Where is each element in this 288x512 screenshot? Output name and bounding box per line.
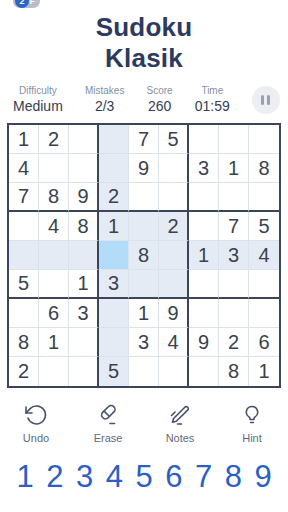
cell-r9c8[interactable]: 8 (219, 357, 249, 386)
cell-r6c1[interactable]: 5 (9, 270, 39, 299)
hint-label: Hint (242, 432, 262, 444)
cell-r4c5[interactable] (129, 212, 159, 241)
cell-r5c9[interactable]: 4 (249, 241, 279, 270)
cell-r6c9[interactable] (249, 270, 279, 299)
score-stat: Score 260 (147, 85, 173, 114)
cell-r2c1[interactable]: 4 (9, 154, 39, 183)
difficulty-stat: Difficulty Medium (13, 85, 63, 114)
cell-r8c6[interactable]: 4 (159, 328, 189, 357)
undo-button[interactable]: Undo (0, 403, 72, 444)
cell-r5c4[interactable] (99, 241, 129, 270)
numpad-key-2[interactable]: 2 (43, 459, 67, 495)
cell-r3c8[interactable] (219, 183, 249, 212)
eraser-icon (96, 403, 120, 427)
title-line2: Klasik (0, 43, 288, 74)
numpad-key-9[interactable]: 9 (251, 459, 275, 495)
cell-r8c7[interactable]: 9 (189, 328, 219, 357)
cell-r3c3[interactable]: 9 (69, 183, 99, 212)
mistakes-value: 2/3 (85, 98, 124, 114)
cell-r6c5[interactable] (129, 270, 159, 299)
cell-r2c2[interactable] (39, 154, 69, 183)
difficulty-value: Medium (13, 98, 63, 114)
cell-r1c6[interactable]: 5 (159, 125, 189, 154)
score-label: Score (147, 85, 173, 96)
cell-r1c8[interactable] (219, 125, 249, 154)
cell-r6c6[interactable] (159, 270, 189, 299)
cell-r7c2[interactable]: 6 (39, 299, 69, 328)
cell-r4c7[interactable] (189, 212, 219, 241)
cell-r4c4[interactable]: 1 (99, 212, 129, 241)
cell-r3c5[interactable] (129, 183, 159, 212)
cell-r3c9[interactable] (249, 183, 279, 212)
cell-r7c5[interactable]: 1 (129, 299, 159, 328)
cell-r3c6[interactable] (159, 183, 189, 212)
toolbar: Undo Erase O (0, 403, 288, 444)
cell-r4c6[interactable]: 2 (159, 212, 189, 241)
time-value: 01:59 (195, 98, 230, 114)
cell-r4c3[interactable]: 8 (69, 212, 99, 241)
app-title: Sudoku Klasik (0, 0, 288, 74)
cell-r8c9[interactable]: 6 (249, 328, 279, 357)
pencil-icon (168, 403, 192, 427)
notes-button[interactable]: OFF Notes (144, 403, 216, 444)
cell-r8c4[interactable] (99, 328, 129, 357)
cell-r4c9[interactable]: 5 (249, 212, 279, 241)
cell-r4c1[interactable] (9, 212, 39, 241)
cell-r8c5[interactable]: 3 (129, 328, 159, 357)
mistakes-stat: Mistakes 2/3 (85, 85, 124, 114)
cell-r8c1[interactable]: 8 (9, 328, 39, 357)
cell-r2c5[interactable]: 9 (129, 154, 159, 183)
numpad-key-6[interactable]: 6 (162, 459, 186, 495)
cell-r2c9[interactable]: 8 (249, 154, 279, 183)
cell-r2c6[interactable] (159, 154, 189, 183)
cell-r1c2[interactable]: 2 (39, 125, 69, 154)
pause-button[interactable] (252, 86, 280, 114)
cell-r4c2[interactable]: 4 (39, 212, 69, 241)
cell-r9c1[interactable]: 2 (9, 357, 39, 386)
cell-r5c7[interactable]: 1 (189, 241, 219, 270)
number-pad: 123456789 (0, 459, 288, 495)
cell-r1c9[interactable] (249, 125, 279, 154)
hint-button[interactable]: 2 Hint (216, 403, 288, 444)
cell-r6c2[interactable] (39, 270, 69, 299)
cell-r3c1[interactable]: 7 (9, 183, 39, 212)
cell-r7c6[interactable]: 9 (159, 299, 189, 328)
cell-r9c4[interactable]: 5 (99, 357, 129, 386)
difficulty-label: Difficulty (13, 85, 63, 96)
cell-r1c7[interactable] (189, 125, 219, 154)
cell-r5c2[interactable] (39, 241, 69, 270)
cell-r2c8[interactable]: 1 (219, 154, 249, 183)
score-value: 260 (147, 98, 173, 114)
cell-r9c5[interactable] (129, 357, 159, 386)
erase-button[interactable]: Erase (72, 403, 144, 444)
status-bar: Difficulty Medium Mistakes 2/3 Score 260… (0, 74, 288, 121)
cell-r7c1[interactable] (9, 299, 39, 328)
cell-r8c2[interactable]: 1 (39, 328, 69, 357)
cell-r6c3[interactable]: 1 (69, 270, 99, 299)
cell-r7c9[interactable] (249, 299, 279, 328)
cell-r4c8[interactable]: 7 (219, 212, 249, 241)
cell-r9c3[interactable] (69, 357, 99, 386)
mistakes-label: Mistakes (85, 85, 124, 96)
cell-r6c8[interactable] (219, 270, 249, 299)
cell-r6c7[interactable] (189, 270, 219, 299)
cell-r3c2[interactable]: 8 (39, 183, 69, 212)
time-label: Time (195, 85, 230, 96)
pause-icon (261, 95, 264, 105)
pause-icon (267, 95, 270, 105)
cell-r7c7[interactable] (189, 299, 219, 328)
cell-r7c4[interactable] (99, 299, 129, 328)
cell-r1c3[interactable] (69, 125, 99, 154)
cell-r6c4[interactable]: 3 (99, 270, 129, 299)
sudoku-board: 1275493187892481275813451363198134926258… (7, 123, 281, 388)
cell-r3c7[interactable] (189, 183, 219, 212)
cell-r9c9[interactable]: 1 (249, 357, 279, 386)
cell-r5c5[interactable]: 8 (129, 241, 159, 270)
time-stat: Time 01:59 (195, 85, 230, 114)
numpad-key-3[interactable]: 3 (73, 459, 97, 495)
cell-r5c6[interactable] (159, 241, 189, 270)
cell-r8c8[interactable]: 2 (219, 328, 249, 357)
cell-r7c8[interactable] (219, 299, 249, 328)
title-line1: Sudoku (0, 12, 288, 43)
cell-r2c3[interactable] (69, 154, 99, 183)
cell-r1c5[interactable]: 7 (129, 125, 159, 154)
cell-r2c4[interactable] (99, 154, 129, 183)
cell-r1c1[interactable]: 1 (9, 125, 39, 154)
cell-r5c3[interactable] (69, 241, 99, 270)
cell-r1c4[interactable] (99, 125, 129, 154)
numpad-key-5[interactable]: 5 (132, 459, 156, 495)
undo-label: Undo (23, 432, 49, 444)
notes-label: Notes (166, 432, 195, 444)
numpad-key-7[interactable]: 7 (192, 459, 216, 495)
lightbulb-icon (240, 403, 264, 427)
cell-r5c1[interactable] (9, 241, 39, 270)
cell-r3c4[interactable]: 2 (99, 183, 129, 212)
erase-label: Erase (94, 432, 123, 444)
numpad-key-8[interactable]: 8 (221, 459, 245, 495)
numpad-key-1[interactable]: 1 (13, 459, 37, 495)
sudoku-app: Sudoku Klasik Difficulty Medium Mistakes… (0, 0, 288, 512)
numpad-key-4[interactable]: 4 (102, 459, 126, 495)
cell-r8c3[interactable] (69, 328, 99, 357)
cell-r5c8[interactable]: 3 (219, 241, 249, 270)
cell-r9c2[interactable] (39, 357, 69, 386)
cell-r9c6[interactable] (159, 357, 189, 386)
cell-r7c3[interactable]: 3 (69, 299, 99, 328)
cell-r9c7[interactable] (189, 357, 219, 386)
undo-icon (24, 403, 48, 427)
cell-r2c7[interactable]: 3 (189, 154, 219, 183)
